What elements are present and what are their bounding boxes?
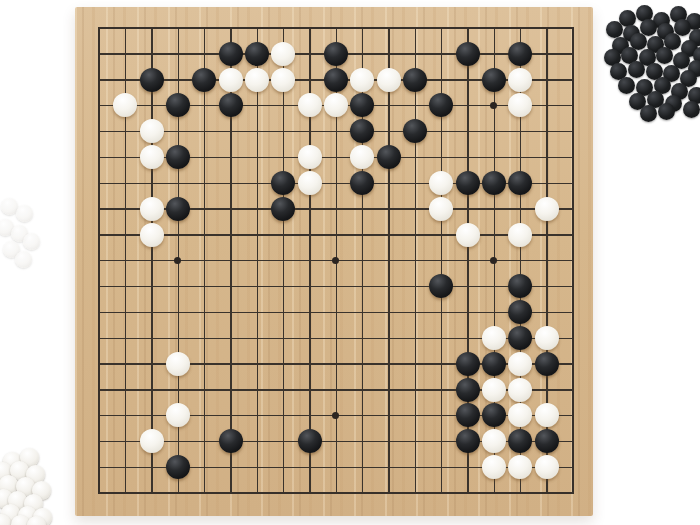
pile-stone-black <box>658 103 675 120</box>
pile-stone-black <box>628 61 645 78</box>
stone-white <box>482 326 506 350</box>
stone-white <box>271 42 295 66</box>
stone-black <box>219 429 243 453</box>
stone-white <box>140 119 164 143</box>
stone-black <box>456 42 480 66</box>
pile-stone-white-faint <box>16 205 33 222</box>
stone-white <box>456 223 480 247</box>
stone-black <box>219 93 243 117</box>
stone-black <box>377 145 401 169</box>
stone-white <box>271 68 295 92</box>
stone-white <box>482 455 506 479</box>
stone-black <box>482 352 506 376</box>
stone-black <box>166 197 190 221</box>
stone-black <box>219 42 243 66</box>
stone-black <box>324 42 348 66</box>
stone-white <box>535 455 559 479</box>
stone-white <box>298 145 322 169</box>
stone-white <box>219 68 243 92</box>
stone-white <box>166 352 190 376</box>
stone-white <box>140 429 164 453</box>
stone-white <box>535 197 559 221</box>
stone-black <box>403 68 427 92</box>
pile-stone-white-faint <box>1 198 18 215</box>
stone-white <box>377 68 401 92</box>
stone-black <box>456 171 480 195</box>
stone-white <box>508 223 532 247</box>
stone-white <box>140 223 164 247</box>
pile-stone-white-faint <box>23 233 40 250</box>
stone-white <box>508 378 532 402</box>
stone-white <box>508 68 532 92</box>
stone-black <box>456 429 480 453</box>
stone-black <box>192 68 216 92</box>
stone-white <box>429 197 453 221</box>
pile-stone-black <box>640 105 657 122</box>
stone-black <box>482 68 506 92</box>
stone-white <box>298 171 322 195</box>
pile-stone-black <box>618 77 635 94</box>
stone-white <box>140 197 164 221</box>
go-board <box>75 7 593 516</box>
stone-black <box>456 403 480 427</box>
stone-white <box>350 68 374 92</box>
photo-scene <box>0 0 700 525</box>
stone-white <box>140 145 164 169</box>
stone-black <box>271 197 295 221</box>
stone-black <box>482 171 506 195</box>
pile-stone-black <box>606 21 623 38</box>
stone-white <box>508 352 532 376</box>
stone-black <box>456 352 480 376</box>
stone-white <box>535 403 559 427</box>
stone-black <box>298 429 322 453</box>
pile-stone-white-faint <box>15 251 32 268</box>
pile-stone-black <box>683 101 700 118</box>
stone-black <box>166 145 190 169</box>
stone-black <box>535 429 559 453</box>
stone-black <box>456 378 480 402</box>
stone-black <box>324 68 348 92</box>
stone-black <box>166 455 190 479</box>
stone-white <box>298 93 322 117</box>
stone-black <box>508 42 532 66</box>
stone-white <box>482 378 506 402</box>
stone-black <box>245 42 269 66</box>
stone-white <box>535 326 559 350</box>
stone-white <box>245 68 269 92</box>
pile-stone-black <box>656 47 673 64</box>
stone-black <box>535 352 559 376</box>
stone-black <box>140 68 164 92</box>
